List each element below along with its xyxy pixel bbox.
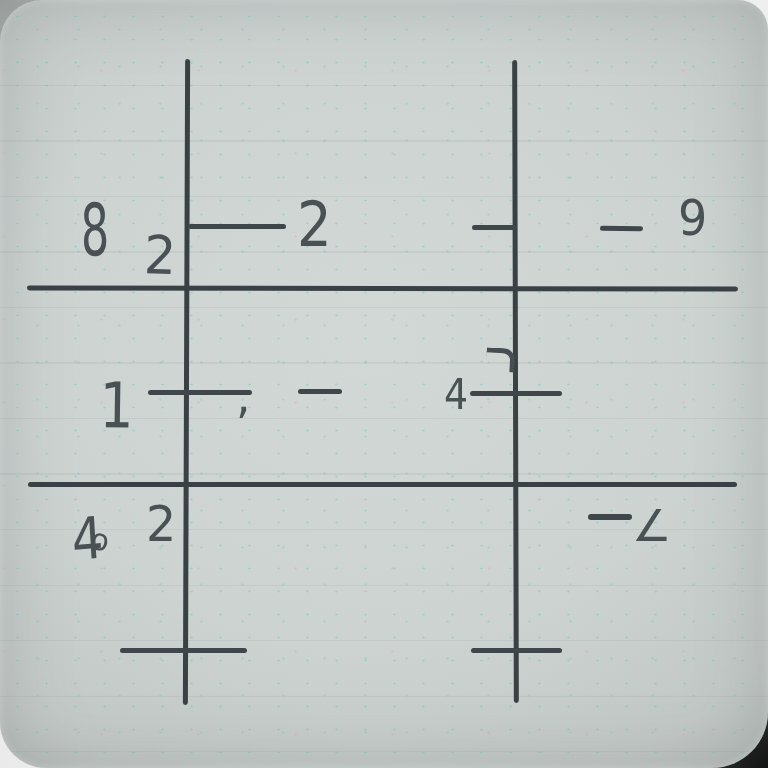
digit-8: 8	[80, 193, 110, 267]
photo-card: 8 2 2 9 1 ,	[0, 0, 768, 768]
digit-2-bottom: 2	[146, 499, 176, 549]
stroke-dash	[298, 389, 342, 394]
stroke-dash	[188, 224, 286, 229]
hook-mark	[485, 347, 515, 372]
number-grid-board: 8 2 2 9 1 ,	[0, 0, 768, 768]
stroke-dash	[588, 514, 632, 520]
cell-r2c2: ∠	[515, 484, 738, 700]
cell-r2c0: 4 o 2	[28, 484, 186, 700]
grid-cells: 8 2 2 9 1 ,	[28, 60, 738, 700]
tick-on-line	[472, 225, 516, 230]
digit-9: 9	[678, 193, 707, 243]
comma-mark: ,	[236, 374, 251, 420]
cell-r1c1: , 4	[186, 288, 515, 484]
photo-backdrop: 8 2 2 9 1 ,	[0, 0, 768, 768]
cell-r0c2: 9	[515, 60, 738, 288]
digit-4-middle: 4	[444, 374, 468, 416]
cell-r2c1	[186, 484, 515, 700]
angle-mark: ∠	[632, 504, 671, 548]
digit-1: 1	[99, 374, 134, 438]
cell-r0c1: 2	[186, 60, 515, 288]
cell-r0c0: 8 2	[28, 60, 186, 288]
cell-r1c2	[515, 288, 738, 484]
stroke-dash	[600, 226, 643, 231]
small-o-mark: o	[89, 524, 111, 556]
cell-r1c0: 1	[28, 288, 186, 484]
digit-2-top-left: 2	[143, 228, 177, 282]
digit-2-top-middle: 2	[297, 194, 332, 256]
